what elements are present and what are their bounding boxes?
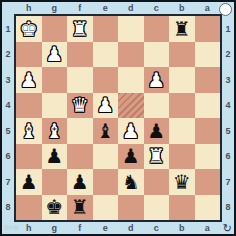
square-h8[interactable]	[16, 195, 42, 221]
square-e7[interactable]	[93, 169, 119, 195]
white-pawn[interactable]: ♟	[20, 70, 38, 90]
square-b3[interactable]	[169, 67, 195, 93]
black-pawn[interactable]: ♟	[20, 172, 38, 192]
coord-label-8: 8	[2, 195, 14, 221]
square-h7[interactable]: ♟	[16, 169, 42, 195]
square-f7[interactable]: ♟	[67, 169, 93, 195]
square-f3[interactable]	[67, 67, 93, 93]
coord-label-4: 4	[2, 93, 14, 119]
coord-label-b: b	[169, 2, 195, 14]
square-h4[interactable]	[16, 93, 42, 119]
white-rook[interactable]: ♜	[71, 19, 89, 39]
board: ♚♜♜♟♟♟♛♟♝♝♝♟♟♟♟♜♟♟♞♛♚♜	[14, 14, 222, 222]
coord-label-5: 5	[2, 118, 14, 144]
black-rook[interactable]: ♜	[71, 197, 89, 217]
black-knight[interactable]: ♞	[122, 172, 140, 192]
square-b8[interactable]	[169, 195, 195, 221]
coord-label-d: d	[118, 222, 144, 234]
black-pawn[interactable]: ♟	[71, 172, 89, 192]
square-g6[interactable]: ♟	[42, 144, 68, 170]
coord-label-h: h	[16, 222, 42, 234]
coord-label-f: f	[67, 2, 93, 14]
square-h3[interactable]: ♟	[16, 67, 42, 93]
coord-label-g: g	[42, 2, 68, 14]
square-f2[interactable]	[67, 42, 93, 68]
coord-label-6: 6	[2, 144, 14, 170]
square-d2[interactable]	[118, 42, 144, 68]
square-h1[interactable]: ♚	[16, 16, 42, 42]
square-b5[interactable]	[169, 118, 195, 144]
square-a3[interactable]	[195, 67, 221, 93]
square-a6[interactable]	[195, 144, 221, 170]
square-g8[interactable]: ♚	[42, 195, 68, 221]
coord-label-3: 3	[2, 67, 14, 93]
black-pawn[interactable]: ♟	[45, 146, 63, 166]
square-e3[interactable]	[93, 67, 119, 93]
flip-board-icon[interactable]: ↻	[223, 222, 232, 235]
white-pawn[interactable]: ♟	[96, 95, 114, 115]
white-pawn[interactable]: ♟	[122, 121, 140, 141]
coord-label-4: 4	[222, 93, 234, 119]
square-c1[interactable]	[144, 16, 170, 42]
square-e5[interactable]: ♝	[93, 118, 119, 144]
square-g4[interactable]	[42, 93, 68, 119]
watermark-label: Smit	[4, 223, 18, 233]
square-d5[interactable]: ♟	[118, 118, 144, 144]
coord-label-a: a	[195, 2, 221, 14]
square-a2[interactable]	[195, 42, 221, 68]
coord-label-a: a	[195, 222, 221, 234]
white-pawn[interactable]: ♟	[147, 70, 165, 90]
square-c2[interactable]	[144, 42, 170, 68]
black-queen[interactable]: ♛	[173, 172, 191, 192]
coord-label-1: 1	[2, 16, 14, 42]
square-d8[interactable]	[118, 195, 144, 221]
square-b1[interactable]: ♜	[169, 16, 195, 42]
square-b4[interactable]	[169, 93, 195, 119]
rank-labels-right: 12345678	[222, 16, 234, 220]
coord-label-7: 7	[2, 169, 14, 195]
coord-label-b: b	[169, 222, 195, 234]
coord-label-2: 2	[2, 42, 14, 68]
square-h2[interactable]	[16, 42, 42, 68]
white-queen[interactable]: ♛	[71, 95, 89, 115]
square-d7[interactable]: ♞	[118, 169, 144, 195]
black-rook[interactable]: ♜	[173, 19, 191, 39]
coord-label-8: 8	[222, 195, 234, 221]
black-pawn[interactable]: ♟	[147, 121, 165, 141]
square-a1[interactable]	[195, 16, 221, 42]
coord-label-2: 2	[222, 42, 234, 68]
square-d4[interactable]	[118, 93, 144, 119]
file-labels-bottom: hgfedcba	[16, 222, 220, 234]
square-g5[interactable]: ♝	[42, 118, 68, 144]
square-d3[interactable]	[118, 67, 144, 93]
coord-label-e: e	[93, 222, 119, 234]
white-bishop[interactable]: ♝	[45, 121, 63, 141]
coord-label-h: h	[16, 2, 42, 14]
square-g1[interactable]	[42, 16, 68, 42]
square-d1[interactable]	[118, 16, 144, 42]
square-e6[interactable]	[93, 144, 119, 170]
coord-label-1: 1	[222, 16, 234, 42]
square-e4[interactable]: ♟	[93, 93, 119, 119]
square-b6[interactable]	[169, 144, 195, 170]
white-bishop[interactable]: ♝	[20, 121, 38, 141]
white-to-move-indicator	[219, 3, 232, 16]
square-e2[interactable]	[93, 42, 119, 68]
coord-label-c: c	[144, 2, 170, 14]
coord-label-e: e	[93, 2, 119, 14]
square-b2[interactable]	[169, 42, 195, 68]
square-c5[interactable]: ♟	[144, 118, 170, 144]
square-c7[interactable]	[144, 169, 170, 195]
white-king[interactable]: ♚	[20, 19, 38, 39]
coord-label-5: 5	[222, 118, 234, 144]
square-b7[interactable]: ♛	[169, 169, 195, 195]
square-a5[interactable]	[195, 118, 221, 144]
coord-label-7: 7	[222, 169, 234, 195]
coord-label-g: g	[42, 222, 68, 234]
square-e8[interactable]	[93, 195, 119, 221]
square-a7[interactable]	[195, 169, 221, 195]
coord-label-f: f	[67, 222, 93, 234]
square-c8[interactable]	[144, 195, 170, 221]
coord-label-d: d	[118, 2, 144, 14]
square-a4[interactable]	[195, 93, 221, 119]
square-h6[interactable]	[16, 144, 42, 170]
square-f8[interactable]: ♜	[67, 195, 93, 221]
square-f6[interactable]	[67, 144, 93, 170]
rank-labels-left: 12345678	[2, 16, 14, 220]
black-bishop[interactable]: ♝	[96, 121, 114, 141]
square-g7[interactable]	[42, 169, 68, 195]
coord-label-6: 6	[222, 144, 234, 170]
square-f4[interactable]: ♛	[67, 93, 93, 119]
square-g3[interactable]	[42, 67, 68, 93]
square-a8[interactable]	[195, 195, 221, 221]
square-g2[interactable]: ♟	[42, 42, 68, 68]
chess-diagram-frame: hgfedcba hgfedcba 12345678 12345678 ♚♜♜♟…	[0, 0, 236, 236]
square-e1[interactable]	[93, 16, 119, 42]
coord-label-3: 3	[222, 67, 234, 93]
square-c3[interactable]: ♟	[144, 67, 170, 93]
black-king[interactable]: ♚	[45, 197, 63, 217]
square-d6[interactable]: ♟	[118, 144, 144, 170]
white-rook[interactable]: ♜	[147, 146, 165, 166]
square-f1[interactable]: ♜	[67, 16, 93, 42]
square-c6[interactable]: ♜	[144, 144, 170, 170]
white-pawn[interactable]: ♟	[45, 44, 63, 64]
square-h5[interactable]: ♝	[16, 118, 42, 144]
square-c4[interactable]	[144, 93, 170, 119]
file-labels-top: hgfedcba	[16, 2, 220, 14]
coord-label-c: c	[144, 222, 170, 234]
black-pawn[interactable]: ♟	[122, 146, 140, 166]
square-f5[interactable]	[67, 118, 93, 144]
